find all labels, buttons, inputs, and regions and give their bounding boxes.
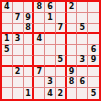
given-digit: 5	[4, 46, 10, 54]
cell-r2c2[interactable]: 7	[13, 13, 24, 24]
given-digit: 4	[47, 90, 53, 98]
cell-r9c2[interactable]	[13, 88, 24, 99]
cell-r9c1[interactable]	[2, 88, 13, 99]
cell-r9c7[interactable]	[67, 88, 78, 99]
cell-r9c3[interactable]: 1	[24, 88, 35, 99]
given-digit: 4	[36, 35, 42, 43]
given-digit: 5	[80, 24, 86, 32]
cell-r4c7[interactable]	[67, 34, 78, 45]
cell-r4c5[interactable]	[45, 34, 56, 45]
cell-r3c3[interactable]: 8	[24, 24, 35, 35]
cell-r3c1[interactable]	[2, 24, 13, 35]
given-digit: 1	[4, 35, 10, 43]
cell-r7c1[interactable]	[2, 67, 13, 78]
cell-r3c2[interactable]	[13, 24, 24, 35]
cell-r9c6[interactable]: 2	[56, 88, 67, 99]
cell-r9c8[interactable]	[77, 88, 88, 99]
cell-r5c7[interactable]	[67, 45, 78, 56]
cell-r6c8[interactable]: 3	[77, 56, 88, 67]
cell-r1c7[interactable]: 2	[67, 2, 78, 13]
cell-r6c1[interactable]	[2, 56, 13, 67]
cell-r6c5[interactable]	[45, 56, 56, 67]
cell-r4c8[interactable]	[77, 34, 88, 45]
cell-r8c4[interactable]	[34, 77, 45, 88]
given-digit: 7	[36, 68, 42, 76]
cell-r7c9[interactable]	[88, 67, 99, 78]
cell-r1c2[interactable]	[13, 2, 24, 13]
cell-r6c2[interactable]	[13, 56, 24, 67]
given-digit: 5	[91, 90, 97, 98]
cell-r4c3[interactable]	[24, 34, 35, 45]
cell-r8c3[interactable]	[24, 77, 35, 88]
given-digit: 8	[25, 24, 31, 32]
cell-r3c7[interactable]	[67, 24, 78, 35]
given-digit: 2	[69, 3, 75, 11]
cell-r6c4[interactable]	[34, 56, 45, 67]
cell-r2c1[interactable]	[2, 13, 13, 24]
given-digit: 2	[15, 68, 21, 76]
given-digit: 1	[47, 14, 53, 22]
cell-r3c6[interactable]: 7	[56, 24, 67, 35]
cell-r5c9[interactable]: 6	[88, 45, 99, 56]
cell-r5c2[interactable]	[13, 45, 24, 56]
cell-r4c1[interactable]: 1	[2, 34, 13, 45]
cell-r5c1[interactable]: 5	[2, 45, 13, 56]
cell-r9c5[interactable]: 4	[45, 88, 56, 99]
cell-r8c5[interactable]: 3	[45, 77, 56, 88]
cell-r4c2[interactable]: 3	[13, 34, 24, 45]
cell-r3c5[interactable]	[45, 24, 56, 35]
given-digit: 3	[80, 56, 86, 64]
cell-r1c3[interactable]	[24, 2, 35, 13]
cell-r1c6[interactable]	[56, 2, 67, 13]
cell-r7c2[interactable]: 2	[13, 67, 24, 78]
sudoku-board: 4862791875134565392793861425	[0, 0, 101, 101]
given-digit: 7	[57, 24, 63, 32]
cell-r8c6[interactable]	[56, 77, 67, 88]
cell-r8c9[interactable]	[88, 77, 99, 88]
cell-r1c4[interactable]: 8	[34, 2, 45, 13]
given-digit: 1	[25, 90, 31, 98]
cell-r7c8[interactable]	[77, 67, 88, 78]
cell-r2c3[interactable]: 9	[24, 13, 35, 24]
cell-r3c8[interactable]: 5	[77, 24, 88, 35]
cell-r2c4[interactable]	[34, 13, 45, 24]
cell-r8c2[interactable]	[13, 77, 24, 88]
given-digit: 9	[25, 14, 31, 22]
cell-r6c7[interactable]	[67, 56, 78, 67]
given-digit: 3	[15, 35, 21, 43]
cell-r9c9[interactable]: 5	[88, 88, 99, 99]
cell-r2c5[interactable]: 1	[45, 13, 56, 24]
given-digit: 9	[91, 56, 97, 64]
cell-r8c1[interactable]	[2, 77, 13, 88]
cell-r7c4[interactable]: 7	[34, 67, 45, 78]
cell-r4c6[interactable]	[56, 34, 67, 45]
cell-r8c8[interactable]: 6	[77, 77, 88, 88]
cell-r6c9[interactable]: 9	[88, 56, 99, 67]
given-digit: 6	[47, 3, 53, 11]
given-digit: 5	[57, 56, 63, 64]
cell-r1c1[interactable]: 4	[2, 2, 13, 13]
cell-r5c5[interactable]	[45, 45, 56, 56]
cell-r2c9[interactable]	[88, 13, 99, 24]
cell-r7c6[interactable]	[56, 67, 67, 78]
cell-r7c7[interactable]: 9	[67, 67, 78, 78]
cell-r3c9[interactable]	[88, 24, 99, 35]
cell-r5c6[interactable]	[56, 45, 67, 56]
given-digit: 4	[4, 3, 10, 11]
cell-r7c3[interactable]	[24, 67, 35, 78]
cell-r2c7[interactable]	[67, 13, 78, 24]
given-digit: 8	[69, 78, 75, 86]
given-digit: 3	[47, 78, 53, 86]
given-digit: 9	[69, 68, 75, 76]
cell-r1c5[interactable]: 6	[45, 2, 56, 13]
given-digit: 8	[36, 3, 42, 11]
cell-r5c4[interactable]	[34, 45, 45, 56]
cell-r1c9[interactable]	[88, 2, 99, 13]
given-digit: 6	[91, 46, 97, 54]
cell-r4c9[interactable]	[88, 34, 99, 45]
cell-r3c4[interactable]	[34, 24, 45, 35]
cell-r7c5[interactable]	[45, 67, 56, 78]
given-digit: 6	[80, 78, 86, 86]
given-digit: 7	[15, 14, 21, 22]
cell-r2c6[interactable]	[56, 13, 67, 24]
cell-r9c4[interactable]	[34, 88, 45, 99]
cell-r4c4[interactable]: 4	[34, 34, 45, 45]
given-digit: 2	[57, 90, 63, 98]
cell-r1c8[interactable]	[77, 2, 88, 13]
cell-r6c3[interactable]	[24, 56, 35, 67]
cell-r5c8[interactable]	[77, 45, 88, 56]
cell-r2c8[interactable]	[77, 13, 88, 24]
cell-r5c3[interactable]	[24, 45, 35, 56]
cell-r8c7[interactable]: 8	[67, 77, 78, 88]
cell-r6c6[interactable]: 5	[56, 56, 67, 67]
